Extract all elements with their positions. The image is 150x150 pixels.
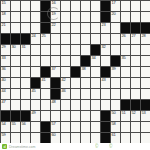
cell-r9c4[interactable]: 45 — [31, 89, 41, 100]
cell-r1c9[interactable] — [81, 1, 91, 12]
cell-r8c8[interactable] — [71, 78, 81, 89]
cell-r8c15[interactable] — [141, 78, 150, 89]
cell-r2c3[interactable] — [21, 12, 31, 23]
clue-number: 45 — [32, 89, 36, 93]
cell-r2c7[interactable] — [61, 12, 71, 23]
cell-r8c9[interactable] — [81, 78, 91, 89]
clue-number: 35 — [122, 56, 126, 60]
cell-r1c4[interactable] — [31, 1, 41, 12]
clue-number: 53 — [142, 111, 146, 115]
cell-r11c10[interactable] — [91, 111, 101, 122]
cell-r6c4[interactable] — [31, 56, 41, 67]
cell-r1c3[interactable] — [21, 1, 31, 12]
cell-r11c14[interactable]: 52 — [131, 111, 141, 122]
cell-r6c15[interactable] — [141, 56, 150, 67]
cell-r12c10[interactable] — [91, 122, 101, 133]
cell-r5c2[interactable]: 30 — [11, 45, 21, 56]
cell-r10c9[interactable] — [81, 100, 91, 111]
cell-r3c7[interactable] — [61, 23, 71, 34]
cell-r5c7[interactable] — [61, 45, 71, 56]
cell-r11c15[interactable]: 53 — [141, 111, 150, 122]
cell-r5c8[interactable] — [71, 45, 81, 56]
clue-number: 44 — [2, 89, 6, 93]
cell-r3c9[interactable] — [81, 23, 91, 34]
cell-r3c11[interactable]: 23 — [101, 23, 111, 34]
watermark-strip: d Dreamstime.com © © — [0, 143, 150, 150]
cell-r12c13[interactable] — [121, 122, 131, 133]
cell-r2c4[interactable] — [31, 12, 41, 23]
cell-r12c8[interactable] — [71, 122, 81, 133]
cell-r7c10[interactable] — [91, 67, 101, 78]
cell-r12c2[interactable]: 55 — [11, 122, 21, 133]
cell-r7c15[interactable] — [141, 67, 150, 78]
cell-r1c14[interactable] — [131, 1, 141, 12]
cell-r6c2[interactable] — [11, 56, 21, 67]
clue-number: 20 — [112, 12, 116, 16]
clue-number: 43 — [102, 78, 106, 82]
cell-r11c4[interactable]: 49 — [31, 111, 41, 122]
cell-r4c7[interactable] — [61, 34, 71, 45]
cell-r1c13[interactable] — [121, 1, 131, 12]
cell-r11c13[interactable]: 51 — [121, 111, 131, 122]
cell-r5c5[interactable] — [41, 45, 51, 56]
cell-r2c8[interactable] — [71, 12, 81, 23]
cell-r7c12[interactable]: 39 — [111, 67, 121, 78]
clue-number: 56 — [22, 122, 26, 126]
cell-r7c2[interactable] — [11, 67, 21, 78]
clue-number: 27 — [132, 34, 136, 38]
clue-number: 57 — [52, 122, 56, 126]
cell-r10c6[interactable]: 48 — [51, 100, 61, 111]
cell-r4c6[interactable] — [51, 34, 61, 45]
cell-r7c8 — [71, 67, 81, 78]
clue-number: 15 — [2, 1, 6, 5]
cell-r5c4[interactable] — [31, 45, 41, 56]
cell-r12c9[interactable] — [81, 122, 91, 133]
cell-r4c4[interactable]: 24 — [31, 34, 41, 45]
cell-r3c10[interactable] — [91, 23, 101, 34]
cell-r3c12[interactable] — [111, 23, 121, 34]
cell-r6c10[interactable]: 34 — [91, 56, 101, 67]
copyright-mark-icon: © — [95, 144, 98, 149]
clue-number: 33 — [2, 56, 6, 60]
clue-number: 42 — [62, 78, 66, 82]
cell-r9c12[interactable] — [111, 89, 121, 100]
cell-r11c9[interactable] — [81, 111, 91, 122]
clue-number: 51 — [122, 111, 126, 115]
cell-r9c10[interactable] — [91, 89, 101, 100]
cell-r4c15[interactable]: 28 — [141, 34, 150, 45]
cell-r8c5[interactable]: 41 — [41, 78, 51, 89]
cell-r6c13[interactable]: 35 — [121, 56, 131, 67]
cell-r12c11 — [101, 122, 111, 133]
cell-r3c1[interactable]: 21 — [1, 23, 11, 34]
cell-r8c13[interactable] — [121, 78, 131, 89]
cell-r5c3[interactable]: 31 — [21, 45, 31, 56]
cell-r7c4[interactable] — [31, 67, 41, 78]
cell-r9c11[interactable] — [101, 89, 111, 100]
cell-r12c5 — [41, 122, 51, 133]
clue-number: 52 — [132, 111, 136, 115]
cell-r9c7[interactable]: 46 — [61, 89, 71, 100]
clue-number: 21 — [2, 23, 6, 27]
cell-r2c14[interactable] — [131, 12, 141, 23]
cell-r12c15[interactable] — [141, 122, 150, 133]
cell-r2c12[interactable]: 20 — [111, 12, 121, 23]
clue-number: 58 — [112, 122, 116, 126]
clue-number: 38 — [82, 67, 86, 71]
clue-number: 23 — [102, 23, 106, 27]
clue-number: 37 — [52, 67, 56, 71]
cell-r4c14[interactable]: 27 — [131, 34, 141, 45]
cell-r9c9[interactable] — [81, 89, 91, 100]
cell-r12c14[interactable] — [131, 122, 141, 133]
cell-r5c11[interactable]: 32 — [101, 45, 111, 56]
clue-number: 29 — [2, 45, 6, 49]
cell-r4c5[interactable]: 25 — [41, 34, 51, 45]
cell-r11c11 — [101, 111, 111, 122]
clue-number: 60 — [52, 133, 56, 137]
cell-r9c8[interactable] — [71, 89, 81, 100]
cell-r5c12[interactable] — [111, 45, 121, 56]
clue-number: 46 — [62, 89, 66, 93]
cell-r10c10[interactable] — [91, 100, 101, 111]
clue-number: 50 — [112, 111, 116, 115]
cell-r6c3[interactable] — [21, 56, 31, 67]
cell-r5c15[interactable] — [141, 45, 150, 56]
cell-r3c3[interactable] — [21, 23, 31, 34]
cell-r3c8[interactable] — [71, 23, 81, 34]
cell-r11c7[interactable] — [61, 111, 71, 122]
cell-r2c10[interactable] — [91, 12, 101, 23]
cell-r9c14[interactable] — [131, 89, 141, 100]
crossword-board: 1516171819202122232425262728293031323334… — [0, 0, 150, 144]
cell-r7c6[interactable]: 37 — [51, 67, 61, 78]
cell-r1c8[interactable] — [71, 1, 81, 12]
cell-r9c13[interactable] — [121, 89, 131, 100]
cell-r10c8[interactable] — [71, 100, 81, 111]
cell-r7c9[interactable]: 38 — [81, 67, 91, 78]
cell-r5c14[interactable] — [131, 45, 141, 56]
cell-r8c14[interactable] — [131, 78, 141, 89]
cell-r10c5[interactable] — [41, 100, 51, 111]
cell-r4c10[interactable] — [91, 34, 101, 45]
cell-r6c11[interactable] — [101, 56, 111, 67]
cell-r8c11[interactable]: 43 — [101, 78, 111, 89]
clue-number: 31 — [22, 45, 26, 49]
cell-r12c7[interactable] — [61, 122, 71, 133]
clue-number: 18 — [2, 12, 6, 16]
cell-r4c13[interactable]: 26 — [121, 34, 131, 45]
cell-r5c9[interactable] — [81, 45, 91, 56]
cell-r7c13[interactable] — [121, 67, 131, 78]
cell-r11c8[interactable] — [71, 111, 81, 122]
cell-r4c8[interactable] — [71, 34, 81, 45]
watermark-site-text: Dreamstime.com — [9, 145, 35, 149]
cell-r7c3[interactable] — [21, 67, 31, 78]
cell-r10c3[interactable] — [21, 100, 31, 111]
cell-r9c2[interactable] — [11, 89, 21, 100]
clue-number: 28 — [142, 34, 146, 38]
clue-number: 48 — [52, 100, 56, 104]
crossword-stock-photo: 1516171819202122232425262728293031323334… — [0, 0, 150, 150]
cell-r4c12[interactable] — [111, 34, 121, 45]
cell-r8c3[interactable] — [21, 78, 31, 89]
clue-number: 41 — [42, 78, 46, 82]
cell-r8c6 — [51, 78, 61, 89]
cell-r6c5[interactable] — [41, 56, 51, 67]
clue-number: 61 — [112, 133, 116, 137]
cell-r6c8[interactable] — [71, 56, 81, 67]
clue-number: 39 — [112, 67, 116, 71]
cell-r12c3[interactable]: 56 — [21, 122, 31, 133]
clue-number: 22 — [52, 23, 56, 27]
clue-number: 16 — [52, 1, 56, 5]
clue-number: 30 — [12, 45, 16, 49]
cell-r6c7[interactable] — [61, 56, 71, 67]
clue-number: 49 — [32, 111, 36, 115]
cell-r2c15[interactable] — [141, 12, 150, 23]
cell-r1c11 — [101, 1, 111, 12]
cell-r3c2[interactable] — [11, 23, 21, 34]
clue-number: 25 — [42, 34, 46, 38]
cell-r2c2[interactable] — [11, 12, 21, 23]
cell-r7c14[interactable] — [131, 67, 141, 78]
clue-number: 54 — [2, 122, 6, 126]
cell-r2c9[interactable] — [81, 12, 91, 23]
cell-r9c5[interactable] — [41, 89, 51, 100]
cell-r1c2[interactable] — [11, 1, 21, 12]
copyright-mark-icon: © — [109, 144, 112, 149]
clue-number: 32 — [102, 45, 106, 49]
cell-r9c3[interactable] — [21, 89, 31, 100]
cell-r8c12[interactable] — [111, 78, 121, 89]
cell-r6c14[interactable] — [131, 56, 141, 67]
cell-r1c10[interactable] — [91, 1, 101, 12]
clue-number: 55 — [12, 122, 16, 126]
watermark-circle-icon — [47, 7, 60, 20]
cell-r10c11[interactable] — [101, 100, 111, 111]
cell-r11c5[interactable] — [41, 111, 51, 122]
clue-number: 24 — [32, 34, 36, 38]
cell-r1c7[interactable] — [61, 1, 71, 12]
cell-r8c10[interactable] — [91, 78, 101, 89]
clue-number: 26 — [122, 34, 126, 38]
cell-r12c4[interactable] — [31, 122, 41, 133]
clue-number: 17 — [112, 1, 116, 5]
cell-r10c1[interactable]: 47 — [1, 100, 11, 111]
cell-r9c15[interactable] — [141, 89, 150, 100]
cell-r1c15[interactable] — [141, 1, 150, 12]
cell-r8c2[interactable] — [11, 78, 21, 89]
cell-r2c13[interactable] — [121, 12, 131, 23]
dreamstime-logo-icon: d — [2, 144, 7, 149]
cell-r5c6[interactable] — [51, 45, 61, 56]
clue-number: 34 — [92, 56, 96, 60]
clue-number: 40 — [2, 78, 6, 82]
cell-r10c7[interactable] — [61, 100, 71, 111]
clue-number: 36 — [2, 67, 6, 71]
cell-r3c6[interactable]: 22 — [51, 23, 61, 34]
cell-r4c9[interactable] — [81, 34, 91, 45]
cell-r10c2[interactable] — [11, 100, 21, 111]
clue-number: 47 — [2, 100, 6, 104]
clue-number: 59 — [2, 133, 6, 137]
